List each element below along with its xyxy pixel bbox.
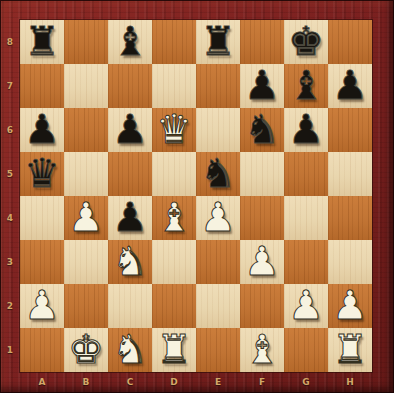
piece-black-pawn[interactable]: ♟ — [108, 108, 152, 152]
square-d2[interactable] — [152, 284, 196, 328]
square-c5[interactable] — [108, 152, 152, 196]
square-f6[interactable]: ♞ — [240, 108, 284, 152]
square-e4[interactable]: ♟ — [196, 196, 240, 240]
square-e1[interactable] — [196, 328, 240, 372]
square-c6[interactable]: ♟ — [108, 108, 152, 152]
piece-black-pawn[interactable]: ♟ — [328, 64, 372, 108]
square-g1[interactable] — [284, 328, 328, 372]
file-label-a: A — [20, 372, 64, 393]
square-g5[interactable] — [284, 152, 328, 196]
square-h1[interactable]: ♜ — [328, 328, 372, 372]
square-c2[interactable] — [108, 284, 152, 328]
square-h2[interactable]: ♟ — [328, 284, 372, 328]
piece-black-rook[interactable]: ♜ — [20, 20, 64, 64]
square-f7[interactable]: ♟ — [240, 64, 284, 108]
square-h7[interactable]: ♟ — [328, 64, 372, 108]
rank-label-2: 2 — [0, 284, 20, 328]
square-a5[interactable]: ♛ — [20, 152, 64, 196]
chess-board: ♜♝♜♚♟♝♟♟♟♛♞♟♛♞♟♟♝♟♞♟♟♟♟♚♞♜♝♜ — [20, 20, 372, 372]
square-h6[interactable] — [328, 108, 372, 152]
piece-white-pawn[interactable]: ♟ — [196, 196, 240, 240]
piece-black-pawn[interactable]: ♟ — [284, 108, 328, 152]
square-e7[interactable] — [196, 64, 240, 108]
square-c4[interactable]: ♟ — [108, 196, 152, 240]
square-f5[interactable] — [240, 152, 284, 196]
square-d3[interactable] — [152, 240, 196, 284]
square-a3[interactable] — [20, 240, 64, 284]
square-a7[interactable] — [20, 64, 64, 108]
square-f4[interactable] — [240, 196, 284, 240]
piece-black-knight[interactable]: ♞ — [240, 108, 284, 152]
piece-black-pawn[interactable]: ♟ — [240, 64, 284, 108]
file-labels: ABCDEFGH — [20, 372, 372, 393]
file-label-e: E — [196, 372, 240, 393]
piece-white-bishop[interactable]: ♝ — [240, 328, 284, 372]
square-a2[interactable]: ♟ — [20, 284, 64, 328]
piece-black-rook[interactable]: ♜ — [196, 20, 240, 64]
piece-white-knight[interactable]: ♞ — [108, 240, 152, 284]
square-b6[interactable] — [64, 108, 108, 152]
square-e6[interactable] — [196, 108, 240, 152]
rank-label-6: 6 — [0, 108, 20, 152]
square-g3[interactable] — [284, 240, 328, 284]
square-d8[interactable] — [152, 20, 196, 64]
square-c3[interactable]: ♞ — [108, 240, 152, 284]
square-h5[interactable] — [328, 152, 372, 196]
rank-label-8: 8 — [0, 20, 20, 64]
rank-labels: 87654321 — [0, 20, 20, 372]
rank-label-7: 7 — [0, 64, 20, 108]
square-d1[interactable]: ♜ — [152, 328, 196, 372]
file-label-b: B — [64, 372, 108, 393]
square-f2[interactable] — [240, 284, 284, 328]
square-f8[interactable] — [240, 20, 284, 64]
piece-white-king[interactable]: ♚ — [64, 328, 108, 372]
piece-white-rook[interactable]: ♜ — [152, 328, 196, 372]
square-b1[interactable]: ♚ — [64, 328, 108, 372]
square-c8[interactable]: ♝ — [108, 20, 152, 64]
file-label-c: C — [108, 372, 152, 393]
square-d6[interactable]: ♛ — [152, 108, 196, 152]
square-h4[interactable] — [328, 196, 372, 240]
piece-black-knight[interactable]: ♞ — [196, 152, 240, 196]
piece-white-pawn[interactable]: ♟ — [240, 240, 284, 284]
square-g7[interactable]: ♝ — [284, 64, 328, 108]
square-h3[interactable] — [328, 240, 372, 284]
piece-white-pawn[interactable]: ♟ — [284, 284, 328, 328]
square-g2[interactable]: ♟ — [284, 284, 328, 328]
square-g8[interactable]: ♚ — [284, 20, 328, 64]
rank-label-3: 3 — [0, 240, 20, 284]
square-b3[interactable] — [64, 240, 108, 284]
piece-white-pawn[interactable]: ♟ — [64, 196, 108, 240]
square-a6[interactable]: ♟ — [20, 108, 64, 152]
rank-label-1: 1 — [0, 328, 20, 372]
piece-black-pawn[interactable]: ♟ — [108, 196, 152, 240]
file-label-f: F — [240, 372, 284, 393]
chess-board-frame: 87654321 ♜♝♜♚♟♝♟♟♟♛♞♟♛♞♟♟♝♟♞♟♟♟♟♚♞♜♝♜ AB… — [0, 0, 394, 393]
file-label-h: H — [328, 372, 372, 393]
piece-black-king[interactable]: ♚ — [284, 20, 328, 64]
piece-white-bishop[interactable]: ♝ — [152, 196, 196, 240]
piece-black-bishop[interactable]: ♝ — [108, 20, 152, 64]
piece-black-pawn[interactable]: ♟ — [20, 108, 64, 152]
square-b7[interactable] — [64, 64, 108, 108]
piece-black-bishop[interactable]: ♝ — [284, 64, 328, 108]
square-f1[interactable]: ♝ — [240, 328, 284, 372]
piece-white-queen[interactable]: ♛ — [152, 108, 196, 152]
square-a8[interactable]: ♜ — [20, 20, 64, 64]
square-b4[interactable]: ♟ — [64, 196, 108, 240]
square-d4[interactable]: ♝ — [152, 196, 196, 240]
square-a4[interactable] — [20, 196, 64, 240]
square-d7[interactable] — [152, 64, 196, 108]
file-label-d: D — [152, 372, 196, 393]
square-d5[interactable] — [152, 152, 196, 196]
square-e2[interactable] — [196, 284, 240, 328]
piece-white-knight[interactable]: ♞ — [108, 328, 152, 372]
square-g4[interactable] — [284, 196, 328, 240]
square-g6[interactable]: ♟ — [284, 108, 328, 152]
square-b8[interactable] — [64, 20, 108, 64]
square-f3[interactable]: ♟ — [240, 240, 284, 284]
square-e8[interactable]: ♜ — [196, 20, 240, 64]
piece-black-queen[interactable]: ♛ — [20, 152, 64, 196]
square-b5[interactable] — [64, 152, 108, 196]
piece-white-pawn[interactable]: ♟ — [328, 284, 372, 328]
rank-label-4: 4 — [0, 196, 20, 240]
piece-white-pawn[interactable]: ♟ — [20, 284, 64, 328]
rank-label-5: 5 — [0, 152, 20, 196]
square-a1[interactable] — [20, 328, 64, 372]
square-h8[interactable] — [328, 20, 372, 64]
file-label-g: G — [284, 372, 328, 393]
square-c7[interactable] — [108, 64, 152, 108]
square-e5[interactable]: ♞ — [196, 152, 240, 196]
square-c1[interactable]: ♞ — [108, 328, 152, 372]
square-b2[interactable] — [64, 284, 108, 328]
piece-white-rook[interactable]: ♜ — [328, 328, 372, 372]
square-e3[interactable] — [196, 240, 240, 284]
